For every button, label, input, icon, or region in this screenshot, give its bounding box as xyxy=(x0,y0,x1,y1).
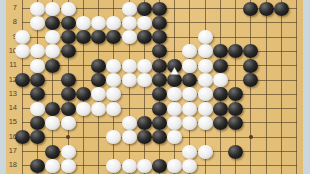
white-stone xyxy=(61,145,76,159)
white-stone xyxy=(122,73,137,87)
white-stone xyxy=(61,116,76,130)
black-stone xyxy=(152,59,167,73)
black-stone xyxy=(137,116,152,130)
black-stone xyxy=(228,116,243,130)
black-stone xyxy=(152,30,167,44)
white-stone xyxy=(106,130,121,144)
black-stone xyxy=(152,16,167,30)
white-stone xyxy=(45,30,60,44)
white-stone xyxy=(122,159,137,173)
black-stone xyxy=(61,73,76,87)
white-stone xyxy=(106,159,121,173)
black-stone xyxy=(243,44,258,58)
white-stone xyxy=(30,102,45,116)
white-stone xyxy=(198,30,213,44)
black-stone xyxy=(30,159,45,173)
grid-line-vertical xyxy=(250,0,251,174)
white-stone xyxy=(30,44,45,58)
black-stone xyxy=(152,87,167,101)
white-stone xyxy=(122,59,137,73)
white-stone xyxy=(45,44,60,58)
white-stone xyxy=(45,116,60,130)
black-stone xyxy=(30,130,45,144)
white-stone xyxy=(137,16,152,30)
white-stone xyxy=(213,73,228,87)
grid-line-vertical xyxy=(296,0,297,174)
black-stone xyxy=(137,2,152,16)
white-stone xyxy=(167,102,182,116)
black-stone xyxy=(15,73,30,87)
white-stone xyxy=(91,102,106,116)
white-stone xyxy=(30,16,45,30)
black-stone xyxy=(213,102,228,116)
white-stone xyxy=(182,159,197,173)
go-board[interactable]: 789101112131415161718 xyxy=(0,0,310,174)
white-stone xyxy=(137,59,152,73)
black-stone xyxy=(106,30,121,44)
white-stone xyxy=(198,102,213,116)
black-stone xyxy=(45,145,60,159)
white-stone xyxy=(30,2,45,16)
black-stone xyxy=(152,116,167,130)
white-stone xyxy=(91,16,106,30)
white-stone xyxy=(137,73,152,87)
white-stone xyxy=(91,87,106,101)
black-stone xyxy=(91,30,106,44)
black-stone xyxy=(45,102,60,116)
white-stone xyxy=(167,159,182,173)
black-stone xyxy=(228,102,243,116)
black-stone xyxy=(91,59,106,73)
white-stone xyxy=(182,87,197,101)
black-stone xyxy=(152,2,167,16)
star-point xyxy=(249,135,253,139)
black-stone xyxy=(76,30,91,44)
black-stone xyxy=(228,145,243,159)
black-stone xyxy=(91,73,106,87)
white-stone xyxy=(106,102,121,116)
white-stone xyxy=(198,145,213,159)
black-stone xyxy=(152,102,167,116)
black-stone xyxy=(30,73,45,87)
black-stone xyxy=(243,73,258,87)
black-stone xyxy=(137,130,152,144)
white-stone xyxy=(198,59,213,73)
white-stone xyxy=(182,59,197,73)
white-stone xyxy=(182,116,197,130)
white-stone xyxy=(167,87,182,101)
white-stone xyxy=(198,73,213,87)
white-stone xyxy=(182,102,197,116)
black-stone xyxy=(213,59,228,73)
letterbox-right xyxy=(303,0,310,174)
star-point xyxy=(66,135,70,139)
white-stone xyxy=(122,130,137,144)
white-stone xyxy=(45,2,60,16)
white-stone xyxy=(198,44,213,58)
black-stone xyxy=(152,130,167,144)
white-stone xyxy=(122,30,137,44)
black-stone xyxy=(61,102,76,116)
black-stone xyxy=(213,44,228,58)
black-stone xyxy=(182,73,197,87)
white-stone xyxy=(76,102,91,116)
last-move-triangle-marker xyxy=(170,61,179,69)
black-stone xyxy=(213,116,228,130)
black-stone xyxy=(228,44,243,58)
white-stone xyxy=(167,116,182,130)
black-stone xyxy=(137,30,152,44)
white-stone xyxy=(182,145,197,159)
white-stone xyxy=(106,73,121,87)
black-stone xyxy=(274,2,289,16)
white-stone xyxy=(182,44,197,58)
black-stone xyxy=(152,159,167,173)
white-stone xyxy=(122,16,137,30)
white-stone xyxy=(30,59,45,73)
black-stone xyxy=(61,87,76,101)
black-stone xyxy=(152,44,167,58)
black-stone xyxy=(259,2,274,16)
white-stone xyxy=(61,2,76,16)
white-stone xyxy=(76,16,91,30)
white-stone xyxy=(198,87,213,101)
white-stone xyxy=(198,116,213,130)
black-stone xyxy=(213,87,228,101)
black-stone xyxy=(76,87,91,101)
white-stone xyxy=(167,130,182,144)
white-stone xyxy=(45,159,60,173)
black-stone xyxy=(61,16,76,30)
black-stone xyxy=(45,16,60,30)
grid-line-vertical xyxy=(266,0,267,174)
black-stone xyxy=(243,59,258,73)
black-stone xyxy=(228,87,243,101)
black-stone xyxy=(61,30,76,44)
grid-line-vertical xyxy=(22,0,23,174)
white-stone xyxy=(106,59,121,73)
black-stone xyxy=(30,116,45,130)
black-stone xyxy=(15,130,30,144)
black-stone xyxy=(61,44,76,58)
white-stone xyxy=(61,159,76,173)
black-stone xyxy=(45,59,60,73)
black-stone xyxy=(243,2,258,16)
white-stone xyxy=(15,44,30,58)
app-frame: 789101112131415161718 xyxy=(0,0,310,174)
white-stone xyxy=(106,16,121,30)
white-stone xyxy=(15,30,30,44)
black-stone xyxy=(30,87,45,101)
white-stone xyxy=(106,87,121,101)
black-stone xyxy=(152,73,167,87)
white-stone xyxy=(137,159,152,173)
white-stone xyxy=(122,2,137,16)
letterbox-left xyxy=(0,0,6,174)
white-stone xyxy=(122,116,137,130)
grid-line-vertical xyxy=(281,0,282,174)
